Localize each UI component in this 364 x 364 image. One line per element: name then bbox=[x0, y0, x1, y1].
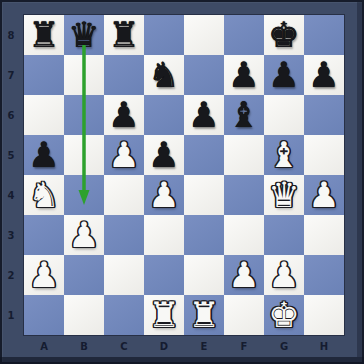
square-g6[interactable] bbox=[264, 95, 304, 135]
black-pawn-d5[interactable]: ♟ bbox=[148, 135, 179, 175]
black-knight-d7[interactable]: ♞ bbox=[148, 55, 179, 95]
square-e2[interactable] bbox=[184, 255, 224, 295]
square-g2[interactable]: ♟ bbox=[264, 255, 304, 295]
square-b1[interactable] bbox=[64, 295, 104, 335]
white-pawn-d4[interactable]: ♟ bbox=[148, 175, 179, 215]
white-pawn-g2[interactable]: ♟ bbox=[268, 255, 299, 295]
square-c7[interactable] bbox=[104, 55, 144, 95]
square-a3[interactable] bbox=[24, 215, 64, 255]
rank-label-7: 7 bbox=[0, 55, 22, 95]
rank-label-1: 1 bbox=[0, 295, 22, 335]
square-d7[interactable]: ♞ bbox=[144, 55, 184, 95]
white-rook-e1[interactable]: ♜ bbox=[188, 295, 219, 335]
black-bishop-f6[interactable]: ♝ bbox=[228, 95, 259, 135]
square-c5[interactable]: ♟ bbox=[104, 135, 144, 175]
file-label-h: H bbox=[304, 335, 344, 357]
file-label-a: A bbox=[24, 335, 64, 357]
square-h5[interactable] bbox=[304, 135, 344, 175]
black-pawn-e6[interactable]: ♟ bbox=[188, 95, 219, 135]
square-c2[interactable] bbox=[104, 255, 144, 295]
square-f8[interactable] bbox=[224, 15, 264, 55]
square-b7[interactable] bbox=[64, 55, 104, 95]
square-b2[interactable] bbox=[64, 255, 104, 295]
file-label-e: E bbox=[184, 335, 224, 357]
file-label-f: F bbox=[224, 335, 264, 357]
square-e1[interactable]: ♜ bbox=[184, 295, 224, 335]
rank-label-5: 5 bbox=[0, 135, 22, 175]
square-h7[interactable]: ♟ bbox=[304, 55, 344, 95]
square-f3[interactable] bbox=[224, 215, 264, 255]
square-a2[interactable]: ♟ bbox=[24, 255, 64, 295]
square-c1[interactable] bbox=[104, 295, 144, 335]
square-a7[interactable] bbox=[24, 55, 64, 95]
white-rook-d1[interactable]: ♜ bbox=[148, 295, 179, 335]
square-a1[interactable] bbox=[24, 295, 64, 335]
white-pawn-a2[interactable]: ♟ bbox=[28, 255, 59, 295]
square-d8[interactable] bbox=[144, 15, 184, 55]
square-d4[interactable]: ♟ bbox=[144, 175, 184, 215]
frame-bottom-strip bbox=[0, 357, 364, 364]
file-label-c: C bbox=[104, 335, 144, 357]
square-f2[interactable]: ♟ bbox=[224, 255, 264, 295]
square-d3[interactable] bbox=[144, 215, 184, 255]
rank-label-2: 2 bbox=[0, 255, 22, 295]
square-c4[interactable] bbox=[104, 175, 144, 215]
black-king-g8[interactable]: ♚ bbox=[268, 15, 299, 55]
file-labels: ABCDEFGH bbox=[24, 335, 344, 357]
file-label-d: D bbox=[144, 335, 184, 357]
square-b4[interactable] bbox=[64, 175, 104, 215]
black-pawn-f7[interactable]: ♟ bbox=[228, 55, 259, 95]
rank-label-4: 4 bbox=[0, 175, 22, 215]
black-pawn-g7[interactable]: ♟ bbox=[268, 55, 299, 95]
chess-board: ♜♛♜♚♞♟♟♟♟♟♝♟♟♟♝♞♟♛♟♟♟♟♟♜♜♚ bbox=[24, 15, 344, 335]
file-label-g: G bbox=[264, 335, 304, 357]
file-label-b: B bbox=[64, 335, 104, 357]
square-b6[interactable] bbox=[64, 95, 104, 135]
square-h4[interactable]: ♟ bbox=[304, 175, 344, 215]
square-f7[interactable]: ♟ bbox=[224, 55, 264, 95]
square-b8[interactable]: ♛ bbox=[64, 15, 104, 55]
square-g4[interactable]: ♛ bbox=[264, 175, 304, 215]
black-rook-c8[interactable]: ♜ bbox=[108, 15, 139, 55]
square-h1[interactable] bbox=[304, 295, 344, 335]
square-d6[interactable] bbox=[144, 95, 184, 135]
black-queen-b8[interactable]: ♛ bbox=[68, 15, 99, 55]
white-queen-g4[interactable]: ♛ bbox=[268, 175, 299, 215]
square-b5[interactable] bbox=[64, 135, 104, 175]
square-f1[interactable] bbox=[224, 295, 264, 335]
white-bishop-g5[interactable]: ♝ bbox=[268, 135, 299, 175]
white-knight-a4[interactable]: ♞ bbox=[28, 175, 59, 215]
white-pawn-h4[interactable]: ♟ bbox=[308, 175, 339, 215]
square-a8[interactable]: ♜ bbox=[24, 15, 64, 55]
square-h3[interactable] bbox=[304, 215, 344, 255]
white-pawn-c5[interactable]: ♟ bbox=[108, 135, 139, 175]
square-g7[interactable]: ♟ bbox=[264, 55, 304, 95]
square-h2[interactable] bbox=[304, 255, 344, 295]
square-c8[interactable]: ♜ bbox=[104, 15, 144, 55]
black-pawn-h7[interactable]: ♟ bbox=[308, 55, 339, 95]
square-g3[interactable] bbox=[264, 215, 304, 255]
square-a6[interactable] bbox=[24, 95, 64, 135]
square-d2[interactable] bbox=[144, 255, 184, 295]
square-f5[interactable] bbox=[224, 135, 264, 175]
white-pawn-b3[interactable]: ♟ bbox=[68, 215, 99, 255]
square-h8[interactable] bbox=[304, 15, 344, 55]
black-pawn-a5[interactable]: ♟ bbox=[28, 135, 59, 175]
rank-label-8: 8 bbox=[0, 15, 22, 55]
rank-label-6: 6 bbox=[0, 95, 22, 135]
square-c6[interactable]: ♟ bbox=[104, 95, 144, 135]
square-g5[interactable]: ♝ bbox=[264, 135, 304, 175]
rank-labels: 87654321 bbox=[0, 15, 24, 335]
chess-board-frame: ♜♛♜♚♞♟♟♟♟♟♝♟♟♟♝♞♟♛♟♟♟♟♟♜♜♚ 87654321 ABCD… bbox=[0, 0, 364, 364]
black-rook-a8[interactable]: ♜ bbox=[28, 15, 59, 55]
square-f6[interactable]: ♝ bbox=[224, 95, 264, 135]
white-pawn-f2[interactable]: ♟ bbox=[228, 255, 259, 295]
square-d1[interactable]: ♜ bbox=[144, 295, 184, 335]
square-c3[interactable] bbox=[104, 215, 144, 255]
square-a4[interactable]: ♞ bbox=[24, 175, 64, 215]
white-king-g1[interactable]: ♚ bbox=[268, 295, 299, 335]
square-f4[interactable] bbox=[224, 175, 264, 215]
rank-label-3: 3 bbox=[0, 215, 22, 255]
square-e5[interactable] bbox=[184, 135, 224, 175]
square-e8[interactable] bbox=[184, 15, 224, 55]
square-d5[interactable]: ♟ bbox=[144, 135, 184, 175]
square-e4[interactable] bbox=[184, 175, 224, 215]
square-a5[interactable]: ♟ bbox=[24, 135, 64, 175]
square-g1[interactable]: ♚ bbox=[264, 295, 304, 335]
square-e6[interactable]: ♟ bbox=[184, 95, 224, 135]
black-pawn-c6[interactable]: ♟ bbox=[108, 95, 139, 135]
square-g8[interactable]: ♚ bbox=[264, 15, 304, 55]
square-b3[interactable]: ♟ bbox=[64, 215, 104, 255]
square-e7[interactable] bbox=[184, 55, 224, 95]
square-e3[interactable] bbox=[184, 215, 224, 255]
square-h6[interactable] bbox=[304, 95, 344, 135]
